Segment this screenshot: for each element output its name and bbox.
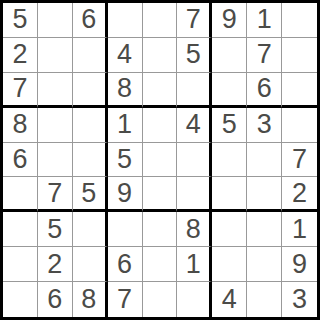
cell-r6c6[interactable] <box>177 177 212 212</box>
cell-r8c4[interactable]: 6 <box>108 247 143 282</box>
cell-r1c1[interactable]: 5 <box>3 3 38 38</box>
cell-r7c9[interactable]: 1 <box>282 212 317 247</box>
cell-r4c3[interactable] <box>73 108 108 143</box>
cell-r9c1[interactable] <box>3 282 38 317</box>
cell-r2c4[interactable]: 4 <box>108 38 143 73</box>
cell-r7c5[interactable] <box>143 212 178 247</box>
cell-r3c1[interactable]: 7 <box>3 73 38 108</box>
cell-r3c6[interactable] <box>177 73 212 108</box>
cell-r3c4[interactable]: 8 <box>108 73 143 108</box>
cell-r5c8[interactable] <box>247 143 282 178</box>
cell-r2c7[interactable] <box>212 38 247 73</box>
cell-r8c3[interactable] <box>73 247 108 282</box>
cell-r6c8[interactable] <box>247 177 282 212</box>
cell-r1c2[interactable] <box>38 3 73 38</box>
cell-r7c1[interactable] <box>3 212 38 247</box>
cell-r4c5[interactable] <box>143 108 178 143</box>
cell-r5c6[interactable] <box>177 143 212 178</box>
cell-r6c3[interactable]: 5 <box>73 177 108 212</box>
cell-r9c7[interactable]: 4 <box>212 282 247 317</box>
cell-r7c3[interactable] <box>73 212 108 247</box>
cell-r5c1[interactable]: 6 <box>3 143 38 178</box>
cell-r7c4[interactable] <box>108 212 143 247</box>
cell-r8c2[interactable]: 2 <box>38 247 73 282</box>
cell-r2c1[interactable]: 2 <box>3 38 38 73</box>
cell-r6c9[interactable]: 2 <box>282 177 317 212</box>
cell-r6c7[interactable] <box>212 177 247 212</box>
cell-r3c3[interactable] <box>73 73 108 108</box>
cell-r8c1[interactable] <box>3 247 38 282</box>
cell-r4c4[interactable]: 1 <box>108 108 143 143</box>
cell-r2c8[interactable]: 7 <box>247 38 282 73</box>
cell-r1c5[interactable] <box>143 3 178 38</box>
cell-r1c7[interactable]: 9 <box>212 3 247 38</box>
cell-r1c8[interactable]: 1 <box>247 3 282 38</box>
cell-r9c3[interactable]: 8 <box>73 282 108 317</box>
cell-r3c2[interactable] <box>38 73 73 108</box>
cell-r5c3[interactable] <box>73 143 108 178</box>
cell-r5c2[interactable] <box>38 143 73 178</box>
sudoku-board: 567912457786814536577592581261968743 <box>0 0 320 320</box>
cell-r3c9[interactable] <box>282 73 317 108</box>
cell-r2c9[interactable] <box>282 38 317 73</box>
cell-r9c8[interactable] <box>247 282 282 317</box>
cell-r6c1[interactable] <box>3 177 38 212</box>
cell-r1c4[interactable] <box>108 3 143 38</box>
cell-r1c6[interactable]: 7 <box>177 3 212 38</box>
cell-r3c7[interactable] <box>212 73 247 108</box>
cell-r4c8[interactable]: 3 <box>247 108 282 143</box>
cell-r8c5[interactable] <box>143 247 178 282</box>
cell-r8c9[interactable]: 9 <box>282 247 317 282</box>
cell-r5c9[interactable]: 7 <box>282 143 317 178</box>
cell-r8c8[interactable] <box>247 247 282 282</box>
cell-r6c5[interactable] <box>143 177 178 212</box>
cell-r1c3[interactable]: 6 <box>73 3 108 38</box>
cell-r4c9[interactable] <box>282 108 317 143</box>
cell-r7c2[interactable]: 5 <box>38 212 73 247</box>
cell-r5c5[interactable] <box>143 143 178 178</box>
cell-r7c8[interactable] <box>247 212 282 247</box>
cell-r6c4[interactable]: 9 <box>108 177 143 212</box>
cell-r8c7[interactable] <box>212 247 247 282</box>
cell-r3c8[interactable]: 6 <box>247 73 282 108</box>
cell-r5c4[interactable]: 5 <box>108 143 143 178</box>
cell-r5c7[interactable] <box>212 143 247 178</box>
cell-r1c9[interactable] <box>282 3 317 38</box>
cell-r4c1[interactable]: 8 <box>3 108 38 143</box>
cell-r7c6[interactable]: 8 <box>177 212 212 247</box>
cell-r9c9[interactable]: 3 <box>282 282 317 317</box>
cell-r2c6[interactable]: 5 <box>177 38 212 73</box>
cell-r7c7[interactable] <box>212 212 247 247</box>
cell-r9c4[interactable]: 7 <box>108 282 143 317</box>
cell-r6c2[interactable]: 7 <box>38 177 73 212</box>
cell-r9c6[interactable] <box>177 282 212 317</box>
cell-r3c5[interactable] <box>143 73 178 108</box>
page: 567912457786814536577592581261968743 <box>0 0 320 320</box>
cell-r2c5[interactable] <box>143 38 178 73</box>
cell-r9c5[interactable] <box>143 282 178 317</box>
cell-r2c3[interactable] <box>73 38 108 73</box>
cell-r4c2[interactable] <box>38 108 73 143</box>
cell-r8c6[interactable]: 1 <box>177 247 212 282</box>
cell-r2c2[interactable] <box>38 38 73 73</box>
cell-r9c2[interactable]: 6 <box>38 282 73 317</box>
cell-r4c6[interactable]: 4 <box>177 108 212 143</box>
cell-r4c7[interactable]: 5 <box>212 108 247 143</box>
